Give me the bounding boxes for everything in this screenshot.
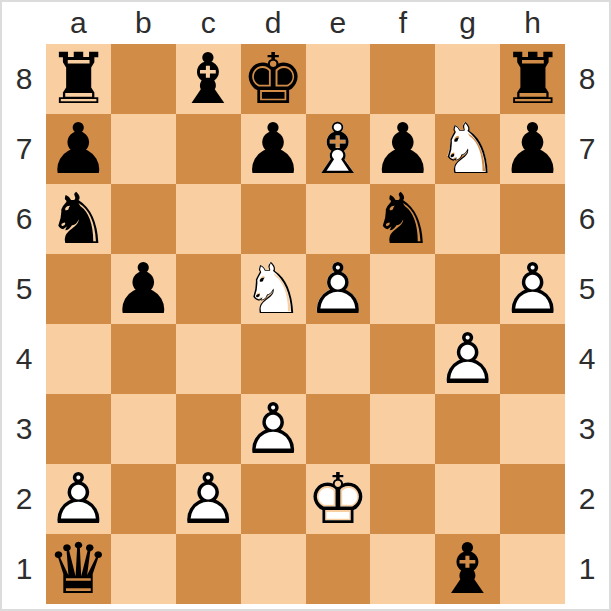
- rank-label-left-1: 1: [2, 534, 46, 604]
- file-label-top-b: b: [111, 2, 176, 44]
- square-b7[interactable]: [111, 114, 176, 184]
- square-c4[interactable]: [176, 324, 241, 394]
- knight-glyph-outline: ♘︎: [436, 114, 499, 184]
- file-label-bottom-e: e: [306, 604, 371, 611]
- square-d3[interactable]: ♟︎♙︎: [241, 394, 306, 464]
- file-label-top-g: g: [435, 2, 500, 44]
- square-h5[interactable]: ♟︎♙︎: [500, 254, 565, 324]
- square-f8[interactable]: [370, 44, 435, 114]
- knight-glyph-fill: ♞︎: [47, 184, 110, 254]
- rank-label-left-6: 6: [2, 184, 46, 254]
- square-a3[interactable]: [46, 394, 111, 464]
- square-e2[interactable]: ♚︎♔︎: [306, 464, 371, 534]
- pawn-glyph-fill: ♟︎: [242, 114, 305, 184]
- rank-label-right-3: 3: [565, 394, 609, 464]
- square-h6[interactable]: [500, 184, 565, 254]
- rank-label-right-2: 2: [565, 464, 609, 534]
- piece-white-bishop[interactable]: ♝︎♗︎: [306, 114, 371, 184]
- square-f7[interactable]: ♟︎: [370, 114, 435, 184]
- pawn-glyph-outline: ♙︎: [501, 254, 564, 324]
- rank-label-left-7: 7: [2, 114, 46, 184]
- piece-white-knight[interactable]: ♞︎♘︎: [241, 254, 306, 324]
- piece-black-king[interactable]: ♚︎: [241, 44, 306, 114]
- square-c5[interactable]: [176, 254, 241, 324]
- file-label-bottom-b: b: [111, 604, 176, 611]
- square-b2[interactable]: [111, 464, 176, 534]
- square-g7[interactable]: ♞︎♘︎: [435, 114, 500, 184]
- piece-black-pawn[interactable]: ♟︎: [500, 114, 565, 184]
- square-d1[interactable]: [241, 534, 306, 604]
- knight-glyph-outline: ♘︎: [242, 254, 305, 324]
- pawn-glyph-fill: ♟︎: [112, 254, 175, 324]
- piece-black-bishop[interactable]: ♝︎: [435, 534, 500, 604]
- square-e5[interactable]: ♟︎♙︎: [306, 254, 371, 324]
- piece-white-pawn[interactable]: ♟︎♙︎: [46, 464, 111, 534]
- rank-label-right-1: 1: [565, 534, 609, 604]
- square-b3[interactable]: [111, 394, 176, 464]
- square-e6[interactable]: [306, 184, 371, 254]
- square-f3[interactable]: [370, 394, 435, 464]
- square-c2[interactable]: ♟︎♙︎: [176, 464, 241, 534]
- rank-label-right-4: 4: [565, 324, 609, 394]
- rank-label-left-4: 4: [2, 324, 46, 394]
- pawn-glyph-fill: ♟︎: [371, 114, 434, 184]
- piece-black-pawn[interactable]: ♟︎: [241, 114, 306, 184]
- square-h7[interactable]: ♟︎: [500, 114, 565, 184]
- king-glyph-fill: ♚︎: [242, 44, 305, 114]
- square-b8[interactable]: [111, 44, 176, 114]
- square-b4[interactable]: [111, 324, 176, 394]
- square-a8[interactable]: ♜︎: [46, 44, 111, 114]
- piece-black-rook[interactable]: ♜︎: [500, 44, 565, 114]
- square-d6[interactable]: [241, 184, 306, 254]
- rook-glyph-fill: ♜︎: [47, 44, 110, 114]
- piece-black-queen[interactable]: ♛︎: [46, 534, 111, 604]
- square-g2[interactable]: [435, 464, 500, 534]
- square-e7[interactable]: ♝︎♗︎: [306, 114, 371, 184]
- file-label-top-e: e: [306, 2, 371, 44]
- square-c7[interactable]: [176, 114, 241, 184]
- piece-black-pawn[interactable]: ♟︎: [370, 114, 435, 184]
- file-label-top-f: f: [370, 2, 435, 44]
- rank-label-right-5: 5: [565, 254, 609, 324]
- pawn-glyph-outline: ♙︎: [47, 464, 110, 534]
- square-h4[interactable]: [500, 324, 565, 394]
- rank-label-right-6: 6: [565, 184, 609, 254]
- piece-black-rook[interactable]: ♜︎: [46, 44, 111, 114]
- piece-white-pawn[interactable]: ♟︎♙︎: [500, 254, 565, 324]
- square-g3[interactable]: [435, 394, 500, 464]
- piece-black-pawn[interactable]: ♟︎: [46, 114, 111, 184]
- square-e3[interactable]: [306, 394, 371, 464]
- knight-glyph-fill: ♞︎: [371, 184, 434, 254]
- pawn-glyph-fill: ♟︎: [501, 114, 564, 184]
- file-label-bottom-c: c: [176, 604, 241, 611]
- pawn-glyph-outline: ♙︎: [307, 254, 370, 324]
- square-f4[interactable]: [370, 324, 435, 394]
- rank-label-left-5: 5: [2, 254, 46, 324]
- file-label-bottom-d: d: [241, 604, 306, 611]
- square-e4[interactable]: [306, 324, 371, 394]
- square-h2[interactable]: [500, 464, 565, 534]
- pawn-glyph-outline: ♙︎: [242, 394, 305, 464]
- square-a6[interactable]: ♞︎: [46, 184, 111, 254]
- piece-white-knight[interactable]: ♞︎♘︎: [435, 114, 500, 184]
- square-g8[interactable]: [435, 44, 500, 114]
- square-f6[interactable]: ♞︎: [370, 184, 435, 254]
- piece-black-knight[interactable]: ♞︎: [46, 184, 111, 254]
- square-g4[interactable]: ♟︎♙︎: [435, 324, 500, 394]
- square-d2[interactable]: [241, 464, 306, 534]
- chess-diagram: aabbccddeeffgghh8877665544332211♜︎♝︎♚︎♜︎…: [0, 0, 611, 611]
- square-f5[interactable]: [370, 254, 435, 324]
- bishop-glyph-outline: ♗︎: [307, 114, 370, 184]
- queen-glyph-fill: ♛︎: [47, 534, 110, 604]
- file-label-bottom-f: f: [370, 604, 435, 611]
- square-d4[interactable]: [241, 324, 306, 394]
- bishop-glyph-fill: ♝︎: [436, 534, 499, 604]
- piece-white-pawn[interactable]: ♟︎♙︎: [241, 394, 306, 464]
- square-h1[interactable]: [500, 534, 565, 604]
- square-a1[interactable]: ♛︎: [46, 534, 111, 604]
- pawn-glyph-outline: ♙︎: [436, 324, 499, 394]
- square-e8[interactable]: [306, 44, 371, 114]
- pawn-glyph-fill: ♟︎: [47, 114, 110, 184]
- rank-label-left-2: 2: [2, 464, 46, 534]
- square-b6[interactable]: [111, 184, 176, 254]
- piece-white-pawn[interactable]: ♟︎♙︎: [306, 254, 371, 324]
- piece-white-pawn[interactable]: ♟︎♙︎: [176, 464, 241, 534]
- square-a7[interactable]: ♟︎: [46, 114, 111, 184]
- square-a2[interactable]: ♟︎♙︎: [46, 464, 111, 534]
- rank-label-left-8: 8: [2, 44, 46, 114]
- pawn-glyph-outline: ♙︎: [177, 464, 240, 534]
- square-g6[interactable]: [435, 184, 500, 254]
- square-c8[interactable]: ♝︎: [176, 44, 241, 114]
- piece-black-bishop[interactable]: ♝︎: [176, 44, 241, 114]
- square-b1[interactable]: [111, 534, 176, 604]
- square-a5[interactable]: [46, 254, 111, 324]
- rank-label-right-8: 8: [565, 44, 609, 114]
- rank-label-left-3: 3: [2, 394, 46, 464]
- square-d5[interactable]: ♞︎♘︎: [241, 254, 306, 324]
- square-h3[interactable]: [500, 394, 565, 464]
- square-c3[interactable]: [176, 394, 241, 464]
- file-label-bottom-h: h: [500, 604, 565, 611]
- piece-black-knight[interactable]: ♞︎: [370, 184, 435, 254]
- square-g5[interactable]: [435, 254, 500, 324]
- square-c1[interactable]: [176, 534, 241, 604]
- piece-white-pawn[interactable]: ♟︎♙︎: [435, 324, 500, 394]
- square-h8[interactable]: ♜︎: [500, 44, 565, 114]
- square-f1[interactable]: [370, 534, 435, 604]
- square-f2[interactable]: [370, 464, 435, 534]
- square-a4[interactable]: [46, 324, 111, 394]
- piece-black-pawn[interactable]: ♟︎: [111, 254, 176, 324]
- rank-label-right-7: 7: [565, 114, 609, 184]
- square-e1[interactable]: [306, 534, 371, 604]
- square-c6[interactable]: [176, 184, 241, 254]
- square-d7[interactable]: ♟︎: [241, 114, 306, 184]
- rook-glyph-fill: ♜︎: [501, 44, 564, 114]
- king-glyph-outline: ♔︎: [307, 464, 370, 534]
- piece-white-king[interactable]: ♚︎♔︎: [306, 464, 371, 534]
- square-g1[interactable]: ♝︎: [435, 534, 500, 604]
- bishop-glyph-fill: ♝︎: [177, 44, 240, 114]
- square-b5[interactable]: ♟︎: [111, 254, 176, 324]
- square-d8[interactable]: ♚︎: [241, 44, 306, 114]
